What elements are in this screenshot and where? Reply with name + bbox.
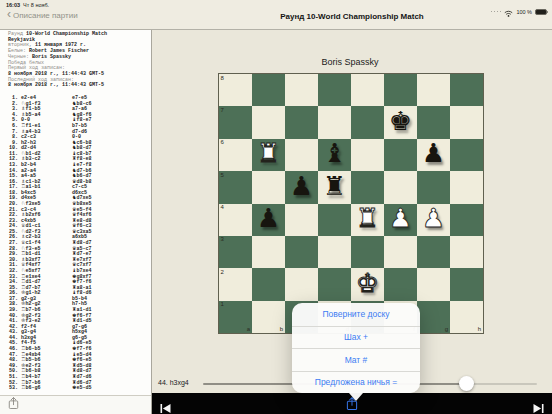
popup-item-draw-offered[interactable]: Предложена ничья = bbox=[292, 371, 420, 394]
status-date: Чт 8 нояб. bbox=[23, 2, 49, 8]
square-g6[interactable]: ♟ bbox=[417, 139, 450, 171]
app-window: 16:03 Чт 8 нояб. 100 % ‹ Описание партии… bbox=[0, 0, 552, 414]
square-b3[interactable] bbox=[252, 236, 285, 268]
square-h7[interactable] bbox=[450, 106, 483, 138]
square-e6[interactable] bbox=[351, 139, 384, 171]
rank-label-1: 1 bbox=[221, 301, 224, 307]
square-d4[interactable] bbox=[318, 204, 351, 236]
chess-board: 87♚6♜♝♟5♟♜4♟♜♟♟32♚1abcdefgh bbox=[218, 73, 484, 334]
move-slider-thumb[interactable] bbox=[459, 376, 474, 391]
file-label-b: b bbox=[280, 326, 283, 332]
skip-to-end-icon[interactable] bbox=[533, 399, 544, 414]
square-c6[interactable] bbox=[285, 139, 318, 171]
square-a5[interactable]: 5 bbox=[219, 171, 252, 203]
square-a3[interactable]: 3 bbox=[219, 236, 252, 268]
square-e3[interactable] bbox=[351, 236, 384, 268]
sidebar-bottom-bar bbox=[0, 395, 151, 414]
square-h1[interactable]: h bbox=[450, 301, 483, 333]
popup-item-mate[interactable]: Мат # bbox=[292, 348, 420, 371]
square-b8[interactable] bbox=[252, 74, 285, 106]
rank-label-3: 3 bbox=[221, 236, 224, 242]
square-c4[interactable] bbox=[285, 204, 318, 236]
square-h6[interactable] bbox=[450, 139, 483, 171]
square-f4[interactable]: ♟ bbox=[384, 204, 417, 236]
square-d7[interactable] bbox=[318, 106, 351, 138]
square-e7[interactable] bbox=[351, 106, 384, 138]
square-f7[interactable]: ♚ bbox=[384, 106, 417, 138]
file-label-a: a bbox=[247, 326, 250, 332]
square-g3[interactable] bbox=[417, 236, 450, 268]
white-pawn-g4[interactable]: ♟ bbox=[422, 205, 445, 231]
square-b2[interactable] bbox=[252, 268, 285, 300]
square-g8[interactable] bbox=[417, 74, 450, 106]
square-b6[interactable]: ♜ bbox=[252, 139, 285, 171]
square-f5[interactable] bbox=[384, 171, 417, 203]
annotation-popup: Поверните доску Шах + Мат # Предложена н… bbox=[292, 303, 420, 393]
popup-tail bbox=[349, 393, 363, 401]
square-a2[interactable]: 2 bbox=[219, 268, 252, 300]
square-b5[interactable] bbox=[252, 171, 285, 203]
file-label-h: h bbox=[478, 326, 481, 332]
rank-label-8: 8 bbox=[221, 75, 224, 81]
move-row[interactable]: 53.♖b6-g6♚e5-d5 bbox=[4, 386, 151, 392]
moves-list: 1.e2-e4e7-e52.♘g1-f3♞b8-c63.♗f1-b5a7-a64… bbox=[0, 96, 151, 392]
square-f2[interactable] bbox=[384, 268, 417, 300]
square-b7[interactable] bbox=[252, 106, 285, 138]
file-label-g: g bbox=[445, 326, 448, 332]
rank-label-4: 4 bbox=[221, 204, 224, 210]
square-f3[interactable] bbox=[384, 236, 417, 268]
sidebar: Раунд 10-World Championship MatchReykjav… bbox=[0, 30, 152, 414]
white-rook-e4[interactable]: ♜ bbox=[356, 205, 379, 231]
square-g4[interactable]: ♟ bbox=[417, 204, 450, 236]
black-rook-d5[interactable]: ♜ bbox=[323, 173, 346, 199]
square-a4[interactable]: 4 bbox=[219, 204, 252, 236]
square-c2[interactable] bbox=[285, 268, 318, 300]
game-info: Раунд 10-World Championship MatchReykjav… bbox=[0, 30, 151, 89]
square-e2[interactable]: ♚ bbox=[351, 268, 384, 300]
square-g2[interactable] bbox=[417, 268, 450, 300]
status-left: 16:03 Чт 8 нояб. bbox=[6, 2, 49, 8]
skip-to-start-icon[interactable] bbox=[160, 399, 171, 414]
back-button[interactable]: ‹ Описание партии bbox=[7, 11, 78, 20]
square-f6[interactable] bbox=[384, 139, 417, 171]
square-h5[interactable] bbox=[450, 171, 483, 203]
header-bar: 16:03 Чт 8 нояб. 100 % ‹ Описание партии… bbox=[0, 0, 552, 30]
rank-label-7: 7 bbox=[221, 107, 224, 113]
square-g7[interactable] bbox=[417, 106, 450, 138]
square-h8[interactable] bbox=[450, 74, 483, 106]
popup-item-rotate-board[interactable]: Поверните доску bbox=[292, 303, 420, 326]
square-a1[interactable]: 1a bbox=[219, 301, 252, 333]
info-line: 8 ноября 2018 г., 11:44:43 GMT-5 bbox=[8, 83, 148, 89]
square-f8[interactable] bbox=[384, 74, 417, 106]
white-pawn-f4[interactable]: ♟ bbox=[389, 205, 412, 231]
square-d8[interactable] bbox=[318, 74, 351, 106]
square-a6[interactable]: 6 bbox=[219, 139, 252, 171]
square-d2[interactable] bbox=[318, 268, 351, 300]
square-h4[interactable] bbox=[450, 204, 483, 236]
rank-label-2: 2 bbox=[221, 269, 224, 275]
square-b4[interactable]: ♟ bbox=[252, 204, 285, 236]
rank-label-6: 6 bbox=[221, 139, 224, 145]
square-b1[interactable]: b bbox=[252, 301, 285, 333]
square-e5[interactable] bbox=[351, 171, 384, 203]
square-a7[interactable]: 7 bbox=[219, 106, 252, 138]
popup-item-check[interactable]: Шах + bbox=[292, 326, 420, 349]
white-rook-b6[interactable]: ♜ bbox=[257, 140, 280, 166]
square-h3[interactable] bbox=[450, 236, 483, 268]
current-move-label: 44. h3xg4 bbox=[158, 379, 189, 386]
black-pawn-b4[interactable]: ♟ bbox=[257, 205, 280, 231]
square-c8[interactable] bbox=[285, 74, 318, 106]
square-h2[interactable] bbox=[450, 268, 483, 300]
black-pawn-c5[interactable]: ♟ bbox=[290, 173, 313, 199]
square-g5[interactable] bbox=[417, 171, 450, 203]
back-button-label: Описание партии bbox=[13, 11, 78, 20]
square-c3[interactable] bbox=[285, 236, 318, 268]
move-slider-track-remaining[interactable] bbox=[467, 383, 537, 385]
square-d3[interactable] bbox=[318, 236, 351, 268]
rank-label-5: 5 bbox=[221, 172, 224, 178]
square-c7[interactable] bbox=[285, 106, 318, 138]
square-g1[interactable]: g bbox=[417, 301, 450, 333]
black-king-f7[interactable]: ♚ bbox=[389, 108, 412, 134]
white-king-e2[interactable]: ♚ bbox=[356, 270, 379, 296]
chevron-left-icon: ‹ bbox=[7, 10, 11, 19]
square-e8[interactable] bbox=[351, 74, 384, 106]
square-e4[interactable]: ♜ bbox=[351, 204, 384, 236]
black-pawn-g6[interactable]: ♟ bbox=[422, 140, 445, 166]
share-icon[interactable] bbox=[8, 396, 19, 414]
black-bishop-d6[interactable]: ♝ bbox=[323, 140, 346, 166]
black-player-name: Boris Spassky bbox=[218, 57, 482, 67]
square-d5[interactable]: ♜ bbox=[318, 171, 351, 203]
square-c5[interactable]: ♟ bbox=[285, 171, 318, 203]
page-title: Раунд 10-World Championship Match bbox=[152, 12, 552, 21]
square-d6[interactable]: ♝ bbox=[318, 139, 351, 171]
square-a8[interactable]: 8 bbox=[219, 74, 252, 106]
